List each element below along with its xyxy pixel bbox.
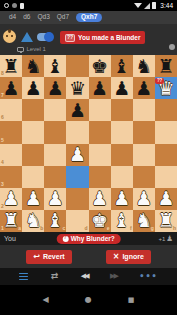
square-d3[interactable] bbox=[66, 166, 88, 188]
engine-toggle[interactable] bbox=[37, 33, 53, 41]
square-f4[interactable] bbox=[111, 144, 133, 166]
move-Qd7[interactable]: Qd7 bbox=[57, 14, 69, 21]
opponent-info-area: Level 1 ?? You made a Blunder bbox=[0, 24, 177, 55]
rank-label-1: 1 bbox=[1, 226, 4, 231]
computer-icon bbox=[17, 47, 24, 52]
square-f7[interactable]: ♟ bbox=[111, 77, 133, 99]
white-pawn-b2: ♟ bbox=[25, 189, 42, 208]
square-a2[interactable]: 2♟ bbox=[0, 188, 22, 210]
chess-board: 8♜♞♝♚♝♞♜7♟♟♟♛♟♟♟♛??6♟54♟32♟♟♟♟♟♟♟1a♜b♞c♝… bbox=[0, 55, 177, 232]
square-g5[interactable] bbox=[133, 121, 155, 143]
menu-icon[interactable] bbox=[19, 273, 28, 281]
white-pawn-g2: ♟ bbox=[135, 189, 152, 208]
square-h6[interactable] bbox=[155, 99, 177, 121]
square-d2[interactable] bbox=[66, 188, 88, 210]
black-knight-g8: ♞ bbox=[135, 57, 152, 76]
white-knight-b1: ♞ bbox=[25, 211, 42, 230]
square-b1[interactable]: b♞ bbox=[22, 210, 44, 232]
square-c8[interactable]: ♝ bbox=[44, 55, 66, 77]
rank-label-6: 6 bbox=[1, 115, 4, 120]
toggle-knob bbox=[44, 32, 54, 42]
square-b2[interactable]: ♟ bbox=[22, 188, 44, 210]
white-knight-g1: ♞ bbox=[135, 211, 152, 230]
player-name: You bbox=[4, 235, 16, 242]
black-pawn-e7: ♟ bbox=[91, 79, 108, 98]
why-blunder-label: Why Blunder? bbox=[71, 235, 115, 242]
white-pawn-e2: ♟ bbox=[91, 189, 108, 208]
notification-icons bbox=[4, 3, 24, 9]
rank-label-2: 2 bbox=[1, 204, 4, 209]
square-f8[interactable]: ♝ bbox=[111, 55, 133, 77]
square-d4[interactable]: ♟ bbox=[66, 144, 88, 166]
square-a6[interactable]: 6 bbox=[0, 99, 22, 121]
square-a5[interactable]: 5 bbox=[0, 121, 22, 143]
square-h8[interactable]: ♜ bbox=[155, 55, 177, 77]
square-d1[interactable]: d bbox=[66, 210, 88, 232]
file-label-b: b bbox=[40, 226, 43, 231]
forward-icon[interactable]: ▶▶ bbox=[110, 273, 117, 280]
back-icon[interactable]: ◀ bbox=[43, 296, 49, 304]
engine-level-row: Level 1 bbox=[17, 46, 46, 52]
revert-label: Revert bbox=[43, 253, 65, 260]
file-label-g: g bbox=[151, 226, 154, 231]
move-d6[interactable]: d6 bbox=[23, 14, 30, 21]
home-icon[interactable]: ● bbox=[85, 296, 92, 304]
blunder-banner[interactable]: ?? You made a Blunder bbox=[60, 31, 145, 44]
blunder-actions: ↩ Revert × Ignore bbox=[0, 245, 177, 268]
black-knight-b8: ♞ bbox=[25, 57, 42, 76]
black-rook-a8: ♜ bbox=[3, 57, 20, 76]
square-h1[interactable]: h♜ bbox=[155, 210, 177, 232]
app-toolbar: ⇄ ◀◀ ▶▶ ••• bbox=[0, 268, 177, 285]
engine-triangle-icon[interactable] bbox=[21, 32, 33, 42]
rank-label-4: 4 bbox=[1, 160, 4, 165]
square-c3[interactable] bbox=[44, 166, 66, 188]
square-c4[interactable] bbox=[44, 144, 66, 166]
square-d8[interactable] bbox=[66, 55, 88, 77]
move-Qxh7[interactable]: Qxh7 bbox=[76, 13, 102, 23]
white-rook-h1: ♜ bbox=[157, 211, 174, 230]
square-e8[interactable]: ♚ bbox=[89, 55, 111, 77]
opponent-avatar[interactable] bbox=[3, 30, 16, 43]
square-g7[interactable]: ♟ bbox=[133, 77, 155, 99]
android-status-bar: 3:44 bbox=[0, 0, 177, 11]
black-pawn-c7: ♟ bbox=[47, 79, 64, 98]
file-label-c: c bbox=[63, 226, 66, 231]
white-pawn-h2: ♟ bbox=[157, 189, 174, 208]
square-f6[interactable] bbox=[111, 99, 133, 121]
clock-text: 3:44 bbox=[160, 2, 173, 9]
square-h5[interactable] bbox=[155, 121, 177, 143]
white-pawn-d4: ♟ bbox=[69, 145, 86, 164]
square-g2[interactable]: ♟ bbox=[133, 188, 155, 210]
white-bishop-f1: ♝ bbox=[113, 211, 130, 230]
black-pawn-g7: ♟ bbox=[135, 79, 152, 98]
black-rook-h8: ♜ bbox=[157, 57, 174, 76]
sdcard-icon bbox=[20, 3, 24, 9]
ignore-button[interactable]: × Ignore bbox=[106, 250, 151, 264]
file-label-a: a bbox=[18, 226, 21, 231]
flip-board-icon[interactable]: ⇄ bbox=[51, 272, 59, 281]
android-nav-bar: ◀ ● ■ bbox=[0, 285, 177, 315]
material-count: +1 bbox=[158, 236, 165, 242]
file-label-f: f bbox=[130, 226, 132, 231]
square-g6[interactable] bbox=[133, 99, 155, 121]
rank-label-8: 8 bbox=[1, 71, 4, 76]
square-c5[interactable] bbox=[44, 121, 66, 143]
rank-label-3: 3 bbox=[1, 182, 4, 187]
cell-signal-icon bbox=[144, 3, 150, 9]
system-status-icons: 3:44 bbox=[134, 2, 173, 9]
square-h7[interactable]: ♛?? bbox=[155, 77, 177, 99]
square-g4[interactable] bbox=[133, 144, 155, 166]
question-circle-icon: ? bbox=[62, 236, 68, 242]
square-g1[interactable]: g♞ bbox=[133, 210, 155, 232]
battery-icon bbox=[152, 2, 156, 9]
square-f3[interactable] bbox=[111, 166, 133, 188]
notification-dot-icon bbox=[12, 3, 17, 8]
square-b6[interactable] bbox=[22, 99, 44, 121]
file-label-d: d bbox=[84, 226, 87, 231]
square-b8[interactable]: ♞ bbox=[22, 55, 44, 77]
black-bishop-f8: ♝ bbox=[113, 57, 130, 76]
black-pawn-f7: ♟ bbox=[113, 79, 130, 98]
why-blunder-button[interactable]: ? Why Blunder? bbox=[56, 234, 121, 244]
rank-label-5: 5 bbox=[1, 138, 4, 143]
white-rook-a1: ♜ bbox=[3, 211, 20, 230]
avatar-hair bbox=[8, 29, 11, 33]
file-label-e: e bbox=[107, 226, 110, 231]
undo-arrow-icon: ↩ bbox=[33, 253, 40, 261]
close-icon: × bbox=[113, 253, 120, 261]
square-e3[interactable] bbox=[89, 166, 111, 188]
square-c7[interactable]: ♟ bbox=[44, 77, 66, 99]
recents-icon[interactable]: ■ bbox=[128, 297, 135, 304]
captured-pawn-icon: ♟ bbox=[166, 235, 173, 243]
move-d4[interactable]: d4 bbox=[9, 14, 16, 21]
blunder-badge-icon: ?? bbox=[65, 34, 75, 42]
material-advantage: +1 ♟ bbox=[158, 235, 173, 243]
blunder-banner-text: You made a Blunder bbox=[78, 34, 140, 41]
square-e5[interactable] bbox=[89, 121, 111, 143]
black-king-e8: ♚ bbox=[91, 57, 108, 76]
more-options-icon[interactable]: ••• bbox=[139, 273, 157, 281]
square-f1[interactable]: f♝ bbox=[111, 210, 133, 232]
notification-circle-icon bbox=[4, 3, 9, 8]
white-pawn-f2: ♟ bbox=[113, 189, 130, 208]
square-g8[interactable]: ♞ bbox=[133, 55, 155, 77]
square-d7[interactable]: ♛ bbox=[66, 77, 88, 99]
rewind-icon[interactable]: ◀◀ bbox=[81, 273, 88, 280]
square-a4[interactable]: 4 bbox=[0, 144, 22, 166]
white-king-e1: ♚ bbox=[91, 211, 108, 230]
engine-level-label: Level 1 bbox=[27, 46, 46, 52]
square-e1[interactable]: e♚ bbox=[89, 210, 111, 232]
square-b7[interactable]: ♟ bbox=[22, 77, 44, 99]
app-screen: 3:44 d4d6Qd3Qd7Qxh7 Level 1 ?? You made … bbox=[0, 0, 177, 315]
square-c1[interactable]: c♝ bbox=[44, 210, 66, 232]
indicator-dot bbox=[169, 44, 175, 50]
square-b5[interactable] bbox=[22, 121, 44, 143]
move-list: d4d6Qd3Qd7Qxh7 bbox=[0, 11, 177, 24]
square-h2[interactable]: ♟ bbox=[155, 188, 177, 210]
rank-label-7: 7 bbox=[1, 93, 4, 98]
black-pawn-b7: ♟ bbox=[25, 79, 42, 98]
square-h4[interactable] bbox=[155, 144, 177, 166]
square-h3[interactable] bbox=[155, 166, 177, 188]
square-e4[interactable] bbox=[89, 144, 111, 166]
wifi-icon bbox=[134, 3, 142, 8]
square-a8[interactable]: 8♜ bbox=[0, 55, 22, 77]
square-e6[interactable] bbox=[89, 99, 111, 121]
square-a7[interactable]: 7♟ bbox=[0, 77, 22, 99]
black-queen-d7: ♛ bbox=[69, 79, 86, 98]
square-e2[interactable]: ♟ bbox=[89, 188, 111, 210]
file-label-h: h bbox=[173, 226, 176, 231]
black-pawn-a7: ♟ bbox=[3, 79, 20, 98]
avatar-eye bbox=[6, 35, 8, 37]
move-Qd3[interactable]: Qd3 bbox=[37, 14, 49, 21]
player-strip: You ? Why Blunder? +1 ♟ bbox=[0, 232, 177, 245]
ignore-label: Ignore bbox=[122, 253, 143, 260]
square-f2[interactable]: ♟ bbox=[111, 188, 133, 210]
square-a3[interactable]: 3 bbox=[0, 166, 22, 188]
avatar-eye bbox=[11, 35, 13, 37]
square-d5[interactable] bbox=[66, 121, 88, 143]
square-d6[interactable]: ♟ bbox=[66, 99, 88, 121]
blunder-move-badge: ?? bbox=[155, 78, 164, 85]
square-c2[interactable]: ♟ bbox=[44, 188, 66, 210]
square-c6[interactable] bbox=[44, 99, 66, 121]
white-pawn-c2: ♟ bbox=[47, 189, 64, 208]
white-bishop-c1: ♝ bbox=[47, 211, 64, 230]
square-b3[interactable] bbox=[22, 166, 44, 188]
square-g3[interactable] bbox=[133, 166, 155, 188]
square-a1[interactable]: 1a♜ bbox=[0, 210, 22, 232]
black-bishop-c8: ♝ bbox=[47, 57, 64, 76]
white-pawn-a2: ♟ bbox=[3, 189, 20, 208]
revert-button[interactable]: ↩ Revert bbox=[26, 250, 72, 264]
square-b4[interactable] bbox=[22, 144, 44, 166]
square-e7[interactable]: ♟ bbox=[89, 77, 111, 99]
black-pawn-d6: ♟ bbox=[69, 101, 86, 120]
square-f5[interactable] bbox=[111, 121, 133, 143]
